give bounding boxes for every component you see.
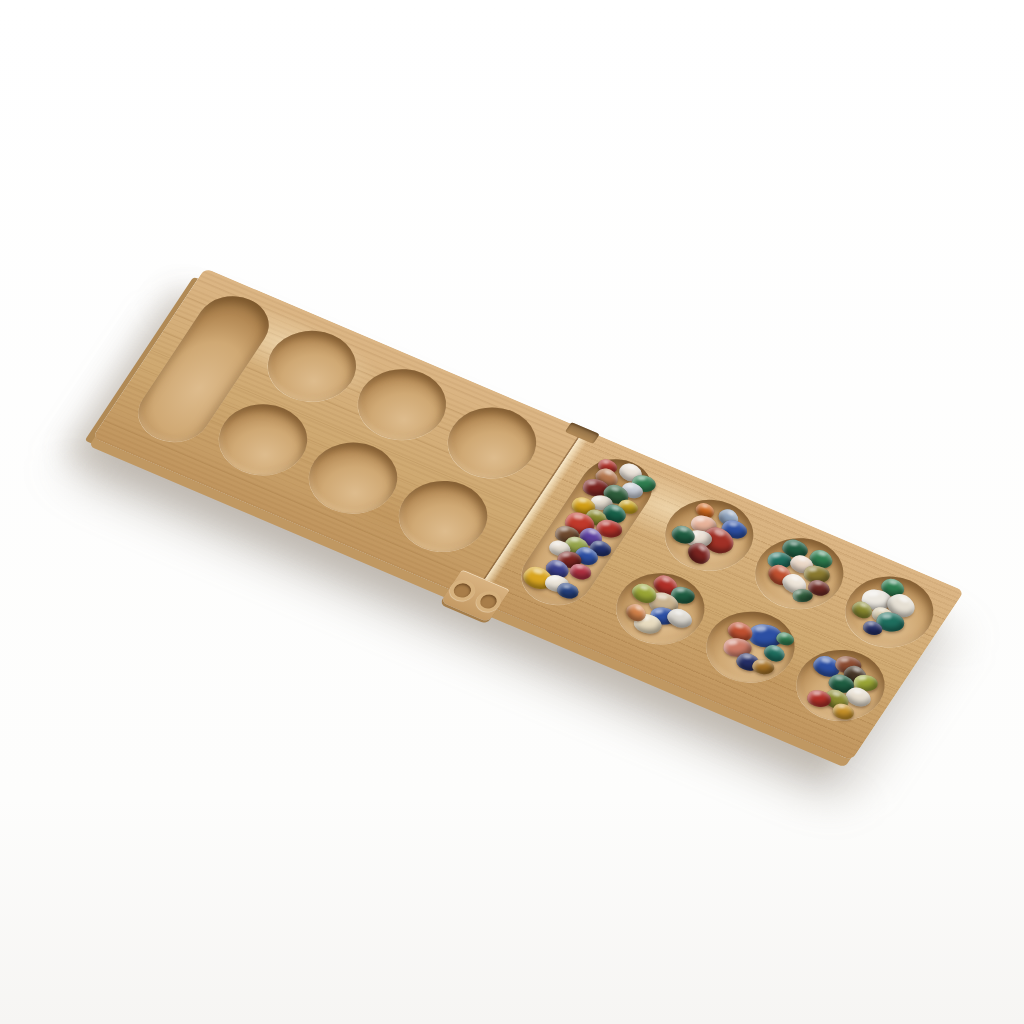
product-photo-scene [0, 0, 1024, 1024]
pit-left-front-2 [294, 430, 413, 525]
pit-left-back-1 [252, 318, 371, 413]
pit-right-front-2 [691, 599, 810, 694]
pit-right-front-1 [601, 561, 720, 656]
pit-left-back-3 [433, 395, 552, 490]
pit-right-back-2 [740, 526, 859, 621]
pit-left-front-1 [204, 392, 323, 487]
pit-right-back-1 [650, 487, 769, 582]
gemstone [792, 589, 813, 602]
pit-left-front-3 [384, 469, 503, 564]
pit-left-back-2 [343, 357, 462, 452]
